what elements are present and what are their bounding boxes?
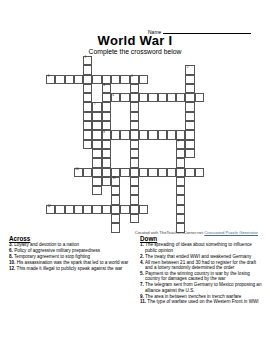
grid-cell[interactable] <box>92 75 101 84</box>
grid-cell[interactable] <box>130 102 139 111</box>
down-clue: 4. All men between 21 and 30 had to regi… <box>140 260 264 271</box>
grid-cell[interactable] <box>83 140 92 149</box>
down-clue: 11. The type of warfare used on the West… <box>140 299 264 304</box>
grid-cell[interactable] <box>130 84 139 93</box>
grid-cell[interactable] <box>111 75 120 84</box>
down-clue: 9. The area in between trenches in trenc… <box>140 294 264 299</box>
grid-cell[interactable] <box>102 112 111 121</box>
grid-cell[interactable] <box>83 205 92 214</box>
down-section: Down 1. The spreading of ideas about som… <box>140 236 264 305</box>
across-clue: 10. His assassination was the spark that… <box>9 260 133 265</box>
across-clue: 6. Policy of aggressive military prepare… <box>9 248 133 253</box>
clue-number: 10 <box>75 168 78 171</box>
crossword-grid: 123456789101112 <box>46 56 204 233</box>
grid-cell[interactable] <box>120 130 129 139</box>
grid-cell[interactable] <box>195 168 204 177</box>
grid-cell[interactable] <box>92 177 101 186</box>
grid-cell[interactable] <box>130 195 139 204</box>
down-clue: 1. The spreading of ideas about somethin… <box>140 242 264 253</box>
grid-cell[interactable] <box>83 93 92 102</box>
grid-cell[interactable] <box>139 168 148 177</box>
grid-cell[interactable] <box>130 140 139 149</box>
grid-cell[interactable] <box>130 158 139 167</box>
grid-cell[interactable] <box>102 158 111 167</box>
grid-cell[interactable] <box>102 121 111 130</box>
grid-cell[interactable]: 11 <box>111 177 120 186</box>
grid-cell[interactable] <box>92 121 101 130</box>
grid-cell[interactable] <box>185 93 194 102</box>
grid-cell[interactable] <box>102 177 111 186</box>
grid-cell[interactable] <box>158 93 167 102</box>
grid-cell[interactable] <box>83 75 92 84</box>
grid-cell[interactable] <box>111 130 120 139</box>
credit-link[interactable]: Crossword Puzzle Generator <box>204 230 258 235</box>
grid-cell[interactable] <box>92 168 101 177</box>
across-clue: 12. This made it illegal to publicly spe… <box>9 266 133 271</box>
grid-cell[interactable] <box>102 93 111 102</box>
grid-cell[interactable] <box>130 214 139 223</box>
across-header: Across <box>9 236 133 241</box>
grid-cell[interactable] <box>158 130 167 139</box>
grid-cell[interactable]: 3 <box>46 75 55 84</box>
grid-cell[interactable] <box>185 130 194 139</box>
grid-cell[interactable] <box>148 93 157 102</box>
grid-cell[interactable] <box>130 130 139 139</box>
grid-cell[interactable] <box>176 195 185 204</box>
grid-cell[interactable] <box>185 112 194 121</box>
grid-cell[interactable] <box>111 205 120 214</box>
grid-cell[interactable] <box>130 186 139 195</box>
grid-cell[interactable]: 1 <box>83 56 92 65</box>
grid-cell[interactable] <box>92 130 101 139</box>
grid-cell[interactable] <box>83 102 92 111</box>
grid-cell[interactable] <box>55 205 64 214</box>
clue-number: 5 <box>103 84 105 87</box>
grid-cell[interactable] <box>176 214 185 223</box>
grid-cell[interactable]: 4 <box>130 75 139 84</box>
grid-cell[interactable]: 7 <box>92 102 101 111</box>
grid-cell[interactable] <box>130 149 139 158</box>
grid-cell[interactable] <box>195 93 204 102</box>
grid-cell[interactable] <box>83 112 92 121</box>
grid-cell[interactable] <box>120 93 129 102</box>
grid-cell[interactable] <box>176 186 185 195</box>
page-title: World War I <box>0 33 270 48</box>
grid-cell[interactable] <box>167 168 176 177</box>
grid-cell[interactable] <box>167 93 176 102</box>
grid-cell[interactable] <box>176 158 185 167</box>
grid-cell[interactable] <box>92 158 101 167</box>
grid-cell[interactable] <box>111 195 120 204</box>
clue-number: 8 <box>103 131 105 134</box>
across-clue: 8. Temporary agreement to stop fighting <box>9 254 133 259</box>
grid-cell[interactable] <box>65 205 74 214</box>
grid-cell[interactable] <box>74 75 83 84</box>
grid-cell[interactable]: 12 <box>46 205 55 214</box>
grid-cell[interactable]: 10 <box>74 168 83 177</box>
grid-cell[interactable] <box>83 65 92 74</box>
grid-cell[interactable] <box>185 140 194 149</box>
grid-cell[interactable] <box>158 168 167 177</box>
grid-cell[interactable] <box>120 75 129 84</box>
grid-cell[interactable] <box>102 168 111 177</box>
across-clue: 3. Loyalty and devotion to a nation <box>9 242 133 247</box>
grid-cell[interactable] <box>130 177 139 186</box>
grid-cell[interactable] <box>92 140 101 149</box>
clue-number: 7 <box>94 103 96 106</box>
clue-number: 2 <box>187 66 189 69</box>
down-header: Down <box>140 236 264 241</box>
grid-cell[interactable] <box>83 121 92 130</box>
grid-cell[interactable] <box>102 149 111 158</box>
grid-cell[interactable] <box>120 205 129 214</box>
page-subtitle: Complete the crossword below <box>0 48 270 55</box>
grid-cell[interactable] <box>176 168 185 177</box>
grid-cell[interactable] <box>83 168 92 177</box>
down-clue: 2. The treaty that ended WWI and weakene… <box>140 254 264 259</box>
grid-cell[interactable] <box>148 168 157 177</box>
grid-cell[interactable] <box>176 205 185 214</box>
grid-cell[interactable]: 9 <box>176 140 185 149</box>
grid-cell[interactable] <box>92 186 101 195</box>
grid-cell[interactable] <box>139 93 148 102</box>
grid-cell[interactable] <box>111 214 120 223</box>
grid-cell[interactable] <box>167 130 176 139</box>
credit-line: Created with TheTeachersCorner.net Cross… <box>0 230 258 235</box>
grid-cell[interactable]: 2 <box>185 65 194 74</box>
grid-cell[interactable] <box>102 205 111 214</box>
grid-cell[interactable] <box>92 112 101 121</box>
grid-cell[interactable] <box>139 75 148 84</box>
grid-cell[interactable] <box>176 149 185 158</box>
clue-number: 9 <box>178 140 180 143</box>
clue-number: 4 <box>131 75 133 78</box>
grid-cell[interactable] <box>83 84 92 93</box>
grid-cell[interactable] <box>130 93 139 102</box>
grid-cell[interactable] <box>176 93 185 102</box>
grid-cell[interactable] <box>130 112 139 121</box>
clue-number: 1 <box>85 56 87 59</box>
across-section: Across 3. Loyalty and devotion to a nati… <box>9 236 133 272</box>
grid-cell[interactable] <box>74 205 83 214</box>
grid-cell[interactable] <box>185 102 194 111</box>
grid-cell[interactable] <box>83 130 92 139</box>
clue-number: 11 <box>112 177 115 180</box>
down-clue: 5. Payment to the winning country in war… <box>140 271 264 282</box>
grid-cell[interactable] <box>185 121 194 130</box>
grid-cell[interactable] <box>139 130 148 139</box>
grid-cell[interactable] <box>139 205 148 214</box>
grid-cell[interactable] <box>55 75 64 84</box>
grid-cell[interactable] <box>130 168 139 177</box>
grid-cell[interactable]: 5 <box>102 84 111 93</box>
grid-cell[interactable] <box>102 140 111 149</box>
grid-cell[interactable] <box>92 205 101 214</box>
clue-number: 12 <box>47 205 50 208</box>
grid-cell[interactable] <box>92 149 101 158</box>
grid-cell[interactable]: 8 <box>102 130 111 139</box>
grid-cell[interactable] <box>185 84 194 93</box>
grid-cell[interactable] <box>130 121 139 130</box>
grid-cell[interactable] <box>185 168 194 177</box>
grid-cell[interactable] <box>185 149 194 158</box>
grid-cell[interactable] <box>148 130 157 139</box>
grid-cell[interactable] <box>102 102 111 111</box>
grid-cell[interactable] <box>111 186 120 195</box>
grid-cell[interactable]: 6 <box>111 93 120 102</box>
grid-cell[interactable] <box>120 168 129 177</box>
down-clue: 7. The telegram sent from Germany to Mex… <box>140 282 264 293</box>
grid-cell[interactable] <box>176 177 185 186</box>
clue-number: 6 <box>112 94 114 97</box>
clue-number: 3 <box>47 75 49 78</box>
grid-cell[interactable] <box>65 75 74 84</box>
grid-cell[interactable] <box>130 205 139 214</box>
grid-cell[interactable] <box>185 75 194 84</box>
